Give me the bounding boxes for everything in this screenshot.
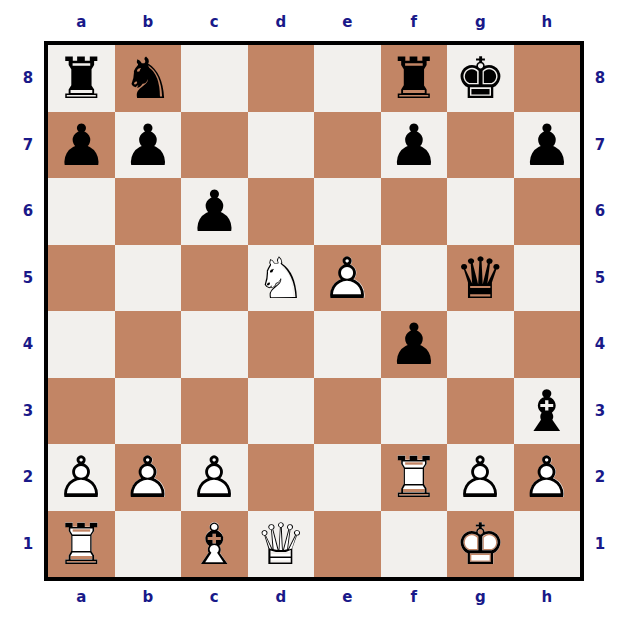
square-b3[interactable] bbox=[115, 378, 182, 445]
file-label-bottom-e: e bbox=[314, 587, 381, 607]
rank-label-left-7: 7 bbox=[16, 112, 40, 179]
file-label-top-h: h bbox=[514, 12, 581, 32]
file-labels-bottom: abcdefgh bbox=[48, 587, 580, 607]
square-h4[interactable] bbox=[514, 311, 581, 378]
white-knight-icon[interactable]: ♞♘ bbox=[248, 245, 315, 312]
square-d6[interactable] bbox=[248, 178, 315, 245]
square-c1[interactable]: ♝♗ bbox=[181, 511, 248, 578]
square-d3[interactable] bbox=[248, 378, 315, 445]
square-d4[interactable] bbox=[248, 311, 315, 378]
square-a5[interactable] bbox=[48, 245, 115, 312]
square-h5[interactable] bbox=[514, 245, 581, 312]
black-pawn-icon[interactable]: ♟ bbox=[381, 112, 448, 179]
black-queen-glyph: ♛ bbox=[447, 245, 514, 312]
rank-labels-right: 87654321 bbox=[588, 45, 612, 577]
square-c3[interactable] bbox=[181, 378, 248, 445]
white-knight-outline-glyph: ♘ bbox=[248, 245, 315, 312]
white-king-outline-glyph: ♔ bbox=[447, 511, 514, 578]
white-pawn-icon[interactable]: ♟♙ bbox=[48, 444, 115, 511]
file-label-bottom-b: b bbox=[115, 587, 182, 607]
square-e1[interactable] bbox=[314, 511, 381, 578]
rank-label-right-5: 5 bbox=[588, 245, 612, 312]
square-g8[interactable]: ♚ bbox=[447, 45, 514, 112]
square-h2[interactable]: ♟♙ bbox=[514, 444, 581, 511]
black-pawn-icon[interactable]: ♟ bbox=[48, 112, 115, 179]
black-pawn-glyph: ♟ bbox=[115, 112, 182, 179]
black-queen-icon[interactable]: ♛ bbox=[447, 245, 514, 312]
square-d8[interactable] bbox=[248, 45, 315, 112]
file-label-top-c: c bbox=[181, 12, 248, 32]
white-pawn-icon[interactable]: ♟♙ bbox=[447, 444, 514, 511]
white-bishop-icon[interactable]: ♝♗ bbox=[181, 511, 248, 578]
white-rook-outline-glyph: ♖ bbox=[48, 511, 115, 578]
square-g2[interactable]: ♟♙ bbox=[447, 444, 514, 511]
square-f1[interactable] bbox=[381, 511, 448, 578]
file-label-bottom-h: h bbox=[514, 587, 581, 607]
square-e7[interactable] bbox=[314, 112, 381, 179]
file-labels-top: abcdefgh bbox=[48, 12, 580, 32]
square-c6[interactable]: ♟ bbox=[181, 178, 248, 245]
square-f7[interactable]: ♟ bbox=[381, 112, 448, 179]
black-king-icon[interactable]: ♚ bbox=[447, 45, 514, 112]
square-a6[interactable] bbox=[48, 178, 115, 245]
file-label-bottom-c: c bbox=[181, 587, 248, 607]
rank-label-left-1: 1 bbox=[16, 511, 40, 578]
square-h6[interactable] bbox=[514, 178, 581, 245]
rank-label-right-2: 2 bbox=[588, 444, 612, 511]
square-d5[interactable]: ♞♘ bbox=[248, 245, 315, 312]
black-rook-glyph: ♜ bbox=[48, 45, 115, 112]
square-b6[interactable] bbox=[115, 178, 182, 245]
square-c8[interactable] bbox=[181, 45, 248, 112]
square-e5[interactable]: ♟♙ bbox=[314, 245, 381, 312]
rank-label-left-6: 6 bbox=[16, 178, 40, 245]
square-g5[interactable]: ♛ bbox=[447, 245, 514, 312]
file-label-bottom-g: g bbox=[447, 587, 514, 607]
white-pawn-icon[interactable]: ♟♙ bbox=[115, 444, 182, 511]
rank-label-left-4: 4 bbox=[16, 311, 40, 378]
rank-label-right-8: 8 bbox=[588, 45, 612, 112]
chess-diagram: abcdefgh 87654321 ♜♞♜♚♟♟♟♟♟♞♘♟♙♛♟♝♟♙♟♙♟♙… bbox=[0, 0, 624, 625]
square-f4[interactable]: ♟ bbox=[381, 311, 448, 378]
black-bishop-icon[interactable]: ♝ bbox=[514, 378, 581, 445]
white-pawn-outline-glyph: ♙ bbox=[48, 444, 115, 511]
black-pawn-glyph: ♟ bbox=[48, 112, 115, 179]
black-pawn-icon[interactable]: ♟ bbox=[514, 112, 581, 179]
square-g6[interactable] bbox=[447, 178, 514, 245]
square-a2[interactable]: ♟♙ bbox=[48, 444, 115, 511]
square-b2[interactable]: ♟♙ bbox=[115, 444, 182, 511]
black-pawn-icon[interactable]: ♟ bbox=[381, 311, 448, 378]
square-g7[interactable] bbox=[447, 112, 514, 179]
black-pawn-icon[interactable]: ♟ bbox=[181, 178, 248, 245]
rank-labels-left: 87654321 bbox=[16, 45, 40, 577]
square-e8[interactable] bbox=[314, 45, 381, 112]
square-c5[interactable] bbox=[181, 245, 248, 312]
square-f5[interactable] bbox=[381, 245, 448, 312]
rank-label-right-6: 6 bbox=[588, 178, 612, 245]
white-queen-outline-glyph: ♕ bbox=[248, 511, 315, 578]
white-pawn-outline-glyph: ♙ bbox=[115, 444, 182, 511]
square-a4[interactable] bbox=[48, 311, 115, 378]
black-pawn-glyph: ♟ bbox=[381, 311, 448, 378]
black-rook-icon[interactable]: ♜ bbox=[381, 45, 448, 112]
file-label-top-g: g bbox=[447, 12, 514, 32]
square-b4[interactable] bbox=[115, 311, 182, 378]
file-label-top-e: e bbox=[314, 12, 381, 32]
white-bishop-outline-glyph: ♗ bbox=[181, 511, 248, 578]
square-b5[interactable] bbox=[115, 245, 182, 312]
square-a7[interactable]: ♟ bbox=[48, 112, 115, 179]
white-rook-outline-glyph: ♖ bbox=[381, 444, 448, 511]
square-a1[interactable]: ♜♖ bbox=[48, 511, 115, 578]
rank-label-left-3: 3 bbox=[16, 378, 40, 445]
white-pawn-outline-glyph: ♙ bbox=[314, 245, 381, 312]
file-label-top-a: a bbox=[48, 12, 115, 32]
square-a3[interactable] bbox=[48, 378, 115, 445]
white-rook-icon[interactable]: ♜♖ bbox=[381, 444, 448, 511]
square-e4[interactable] bbox=[314, 311, 381, 378]
square-c4[interactable] bbox=[181, 311, 248, 378]
chess-board: ♜♞♜♚♟♟♟♟♟♞♘♟♙♛♟♝♟♙♟♙♟♙♜♖♟♙♟♙♜♖♝♗♛♕♚♔ bbox=[44, 41, 584, 581]
file-label-bottom-d: d bbox=[248, 587, 315, 607]
square-g4[interactable] bbox=[447, 311, 514, 378]
square-e3[interactable] bbox=[314, 378, 381, 445]
black-bishop-glyph: ♝ bbox=[514, 378, 581, 445]
black-pawn-glyph: ♟ bbox=[381, 112, 448, 179]
rank-label-right-7: 7 bbox=[588, 112, 612, 179]
white-pawn-icon[interactable]: ♟♙ bbox=[514, 444, 581, 511]
file-label-top-b: b bbox=[115, 12, 182, 32]
square-f3[interactable] bbox=[381, 378, 448, 445]
square-g3[interactable] bbox=[447, 378, 514, 445]
file-label-top-d: d bbox=[248, 12, 315, 32]
square-c2[interactable]: ♟♙ bbox=[181, 444, 248, 511]
rank-label-left-5: 5 bbox=[16, 245, 40, 312]
black-rook-glyph: ♜ bbox=[381, 45, 448, 112]
square-f6[interactable] bbox=[381, 178, 448, 245]
square-b8[interactable]: ♞ bbox=[115, 45, 182, 112]
file-label-top-f: f bbox=[381, 12, 448, 32]
white-pawn-outline-glyph: ♙ bbox=[514, 444, 581, 511]
white-rook-icon[interactable]: ♜♖ bbox=[48, 511, 115, 578]
rank-label-right-4: 4 bbox=[588, 311, 612, 378]
square-h1[interactable] bbox=[514, 511, 581, 578]
black-pawn-icon[interactable]: ♟ bbox=[115, 112, 182, 179]
black-king-glyph: ♚ bbox=[447, 45, 514, 112]
white-pawn-icon[interactable]: ♟♙ bbox=[181, 444, 248, 511]
rank-label-right-3: 3 bbox=[588, 378, 612, 445]
file-label-bottom-f: f bbox=[381, 587, 448, 607]
black-rook-icon[interactable]: ♜ bbox=[48, 45, 115, 112]
square-a8[interactable]: ♜ bbox=[48, 45, 115, 112]
white-queen-icon[interactable]: ♛♕ bbox=[248, 511, 315, 578]
square-b1[interactable] bbox=[115, 511, 182, 578]
white-king-icon[interactable]: ♚♔ bbox=[447, 511, 514, 578]
file-label-bottom-a: a bbox=[48, 587, 115, 607]
white-pawn-icon[interactable]: ♟♙ bbox=[314, 245, 381, 312]
white-pawn-outline-glyph: ♙ bbox=[447, 444, 514, 511]
rank-label-left-2: 2 bbox=[16, 444, 40, 511]
square-e6[interactable] bbox=[314, 178, 381, 245]
black-knight-glyph: ♞ bbox=[115, 45, 182, 112]
white-pawn-outline-glyph: ♙ bbox=[181, 444, 248, 511]
black-pawn-glyph: ♟ bbox=[181, 178, 248, 245]
square-c7[interactable] bbox=[181, 112, 248, 179]
square-h7[interactable]: ♟ bbox=[514, 112, 581, 179]
black-knight-icon[interactable]: ♞ bbox=[115, 45, 182, 112]
square-e2[interactable] bbox=[314, 444, 381, 511]
square-d1[interactable]: ♛♕ bbox=[248, 511, 315, 578]
square-f2[interactable]: ♜♖ bbox=[381, 444, 448, 511]
square-b7[interactable]: ♟ bbox=[115, 112, 182, 179]
rank-label-right-1: 1 bbox=[588, 511, 612, 578]
rank-label-left-8: 8 bbox=[16, 45, 40, 112]
square-d2[interactable] bbox=[248, 444, 315, 511]
square-h3[interactable]: ♝ bbox=[514, 378, 581, 445]
square-g1[interactable]: ♚♔ bbox=[447, 511, 514, 578]
square-f8[interactable]: ♜ bbox=[381, 45, 448, 112]
square-h8[interactable] bbox=[514, 45, 581, 112]
square-d7[interactable] bbox=[248, 112, 315, 179]
black-pawn-glyph: ♟ bbox=[514, 112, 581, 179]
